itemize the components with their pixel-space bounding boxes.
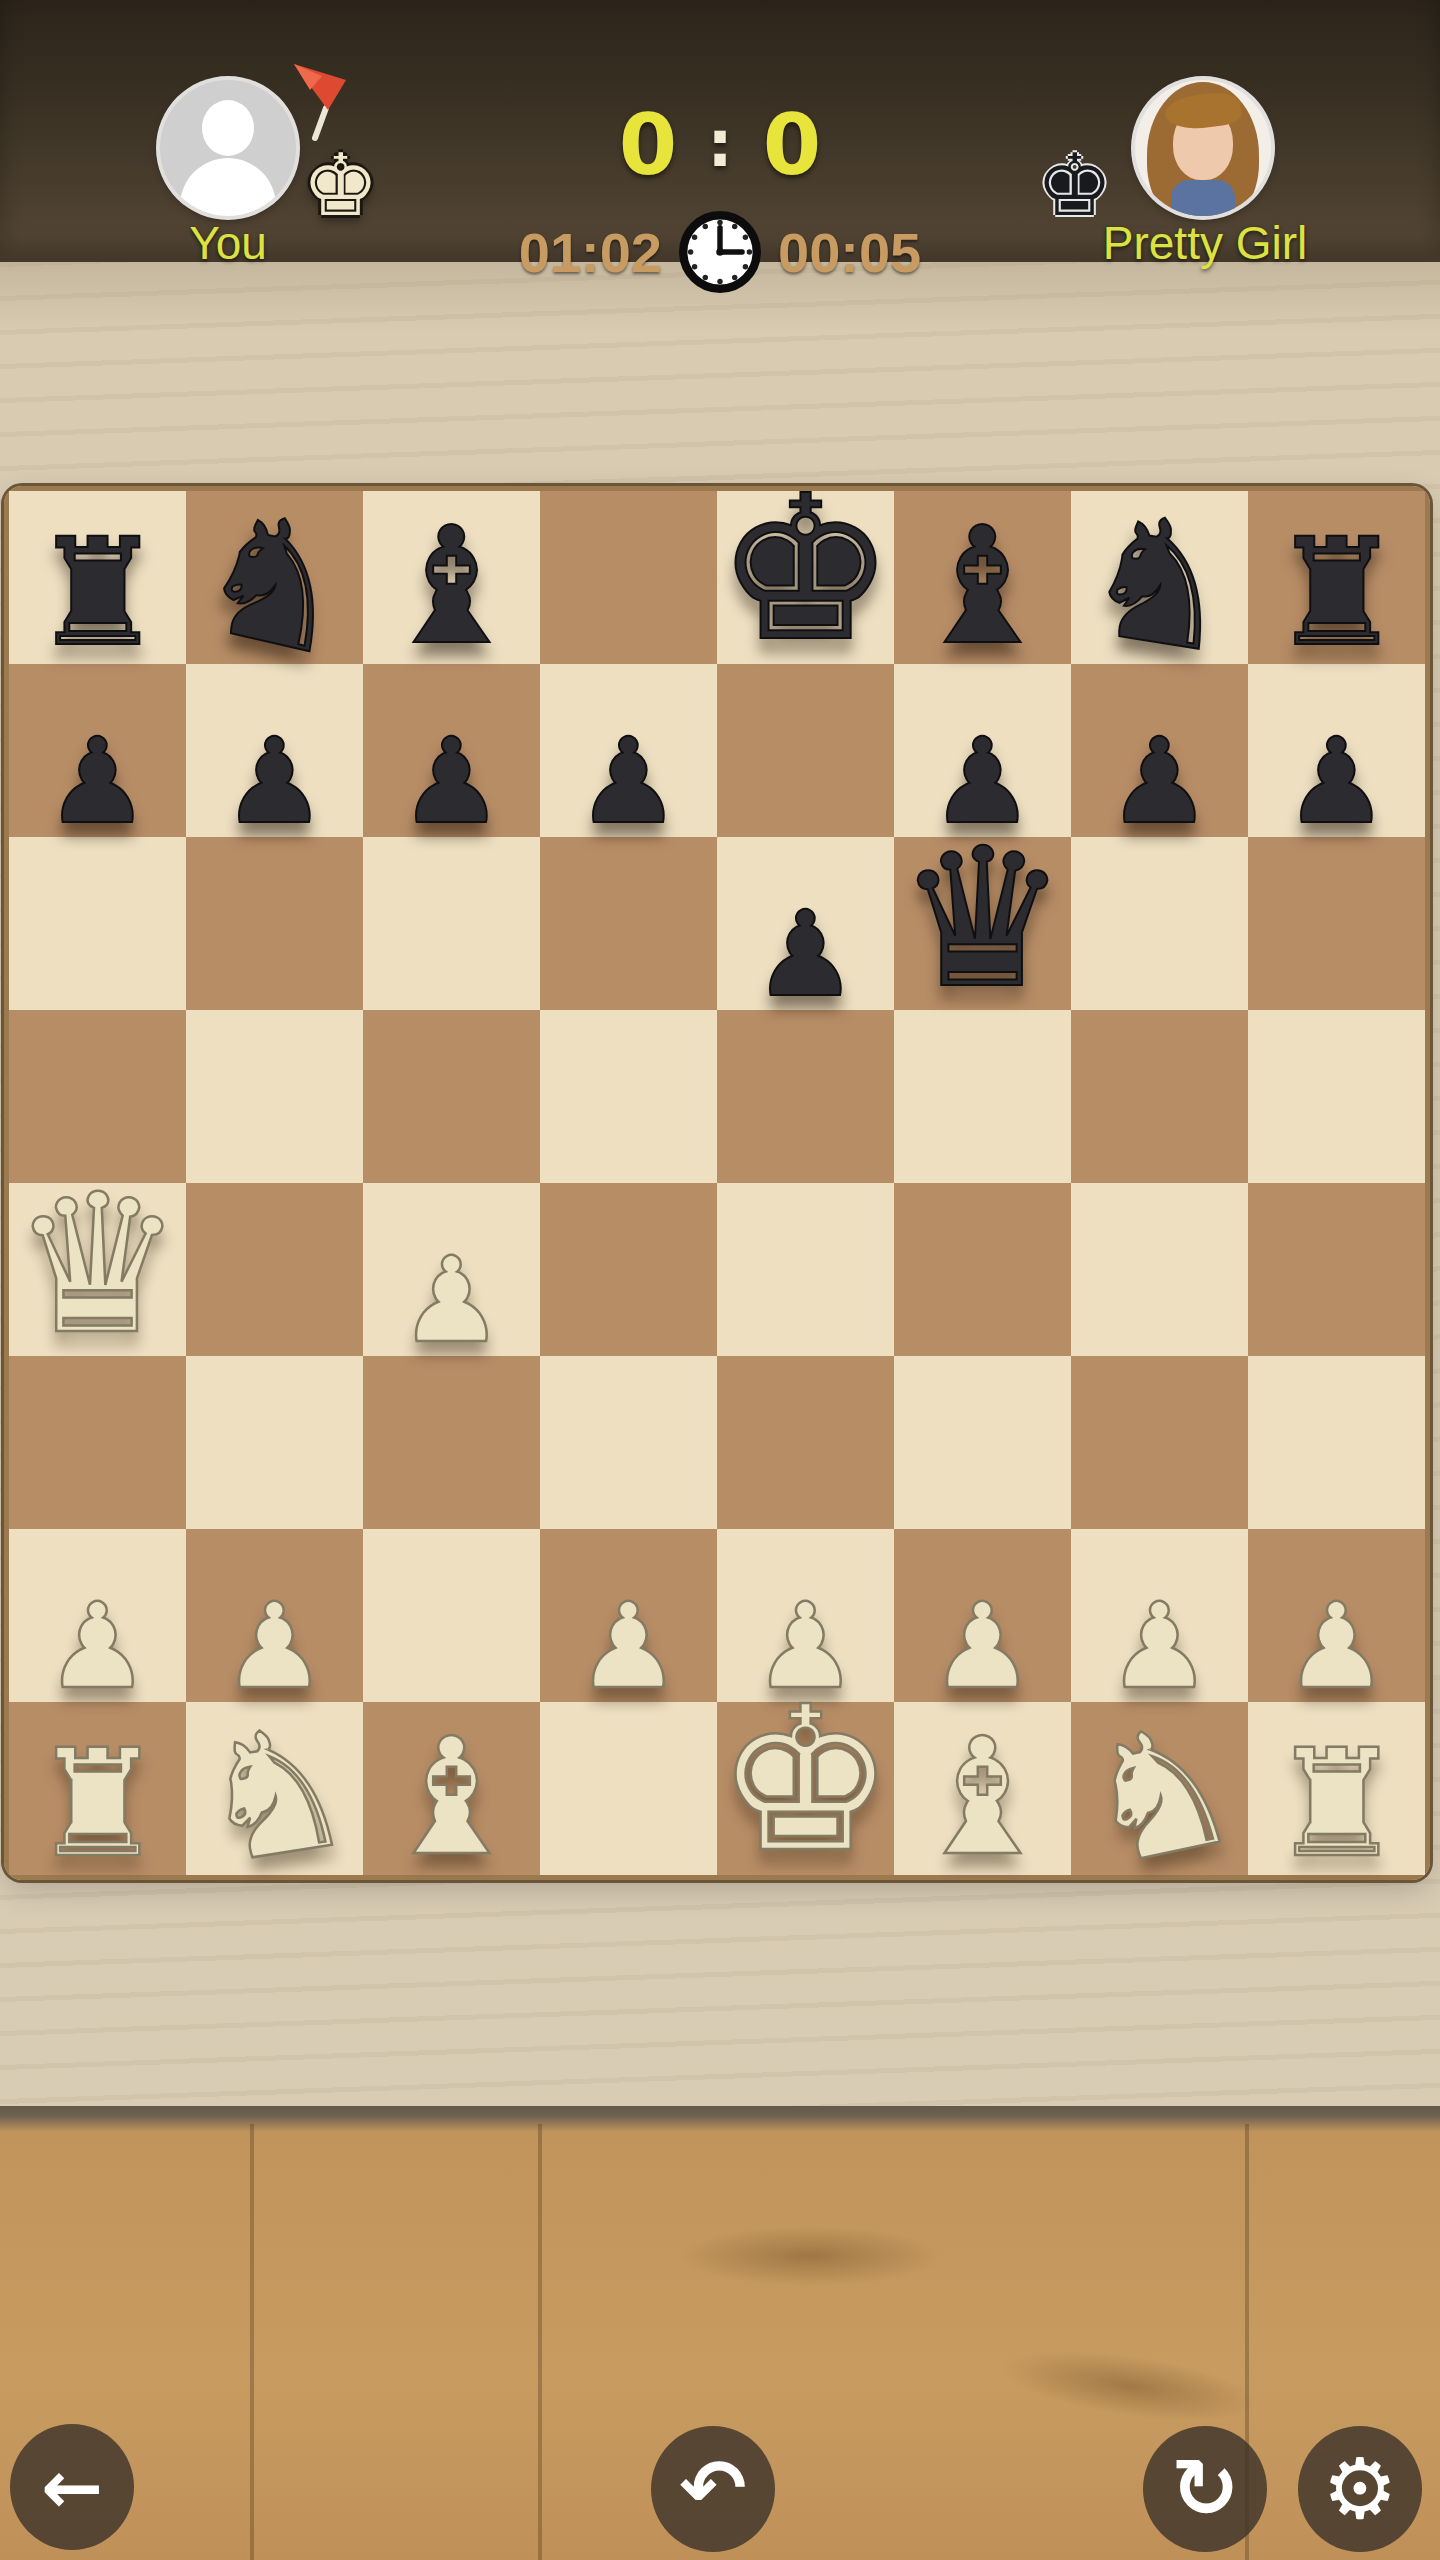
black-player-name: Pretty Girl — [1080, 216, 1330, 270]
square-e6[interactable]: ♟ — [717, 837, 894, 1010]
wood-knot — [997, 2338, 1263, 2434]
white-queen-a4[interactable]: ♛ — [11, 1174, 183, 1356]
black-king-e8[interactable]: ♚ — [716, 474, 895, 664]
white-rook-h1[interactable]: ♜ — [1270, 1734, 1403, 1875]
square-e4[interactable] — [717, 1183, 894, 1356]
match-score: 0:0 — [520, 96, 920, 194]
black-bishop-c8[interactable]: ♝ — [379, 510, 524, 664]
black-clock: 00:05 — [778, 220, 921, 285]
square-f2[interactable]: ♟ — [894, 1529, 1071, 1702]
square-g3[interactable] — [1071, 1356, 1248, 1529]
square-h7[interactable]: ♟ — [1248, 664, 1425, 837]
square-e7[interactable] — [717, 664, 894, 837]
white-clock: 01:02 — [519, 220, 662, 285]
gear-icon: ⚙ — [1322, 2447, 1397, 2531]
clock-icon — [678, 210, 762, 294]
square-h6[interactable] — [1248, 837, 1425, 1010]
square-g7[interactable]: ♟ — [1071, 664, 1248, 837]
black-knight-b8[interactable]: ♞ — [182, 487, 367, 679]
square-d8[interactable] — [540, 491, 717, 664]
square-f3[interactable] — [894, 1356, 1071, 1529]
square-a4[interactable]: ♛ — [9, 1183, 186, 1356]
square-f8[interactable]: ♝ — [894, 491, 1071, 664]
square-h1[interactable]: ♜ — [1248, 1702, 1425, 1875]
black-queen-f6[interactable]: ♛ — [896, 828, 1068, 1010]
square-g5[interactable] — [1071, 1010, 1248, 1183]
square-b5[interactable] — [186, 1010, 363, 1183]
square-h3[interactable] — [1248, 1356, 1425, 1529]
square-d1[interactable] — [540, 1702, 717, 1875]
square-b3[interactable] — [186, 1356, 363, 1529]
square-a7[interactable]: ♟ — [9, 664, 186, 837]
black-pawn-c7[interactable]: ♟ — [399, 725, 505, 837]
square-c5[interactable] — [363, 1010, 540, 1183]
floor-plank-seam — [250, 2124, 254, 2560]
square-b1[interactable]: ♞ — [186, 1702, 363, 1875]
white-knight-b1[interactable]: ♞ — [187, 1703, 363, 1886]
square-f1[interactable]: ♝ — [894, 1702, 1071, 1875]
clocks-row: 01:02 00:05 — [420, 210, 1020, 294]
square-a8[interactable]: ♜ — [9, 491, 186, 664]
square-b6[interactable] — [186, 837, 363, 1010]
chess-app-screen: ♚ You 0:0 01:02 00:05 ♚ — [0, 0, 1440, 2560]
undo-arrow-icon: ↶ — [679, 2449, 746, 2529]
square-d5[interactable] — [540, 1010, 717, 1183]
back-arrow-icon: ← — [41, 2450, 103, 2524]
square-g4[interactable] — [1071, 1183, 1248, 1356]
square-d7[interactable]: ♟ — [540, 664, 717, 837]
square-d3[interactable] — [540, 1356, 717, 1529]
square-c1[interactable]: ♝ — [363, 1702, 540, 1875]
square-b4[interactable] — [186, 1183, 363, 1356]
white-pawn-d2[interactable]: ♟ — [576, 1590, 682, 1702]
match-header: ♚ You 0:0 01:02 00:05 ♚ — [0, 0, 1440, 262]
square-h2[interactable]: ♟ — [1248, 1529, 1425, 1702]
back-button[interactable]: ← — [10, 2424, 134, 2550]
square-c4[interactable]: ♟ — [363, 1183, 540, 1356]
black-knight-g8[interactable]: ♞ — [1072, 492, 1248, 675]
black-rook-a8[interactable]: ♜ — [31, 523, 164, 664]
black-player-avatar — [1135, 80, 1271, 216]
square-a1[interactable]: ♜ — [9, 1702, 186, 1875]
floor-plank-seam — [538, 2124, 542, 2560]
score-separator: : — [677, 107, 763, 181]
square-e1[interactable]: ♚ — [717, 1702, 894, 1875]
square-b8[interactable]: ♞ — [186, 491, 363, 664]
score-right: 0 — [763, 96, 821, 194]
square-d4[interactable] — [540, 1183, 717, 1356]
square-h5[interactable] — [1248, 1010, 1425, 1183]
black-pawn-a7[interactable]: ♟ — [45, 725, 151, 837]
white-pawn-b2[interactable]: ♟ — [222, 1590, 328, 1702]
square-d2[interactable]: ♟ — [540, 1529, 717, 1702]
square-c7[interactable]: ♟ — [363, 664, 540, 837]
move-turn-flag-icon — [288, 56, 360, 142]
square-b7[interactable]: ♟ — [186, 664, 363, 837]
square-g1[interactable]: ♞ — [1071, 1702, 1248, 1875]
square-a2[interactable]: ♟ — [9, 1529, 186, 1702]
square-f5[interactable] — [894, 1010, 1071, 1183]
square-c3[interactable] — [363, 1356, 540, 1529]
white-player-avatar — [160, 80, 296, 216]
score-left: 0 — [619, 96, 677, 194]
black-pawn-g7[interactable]: ♟ — [1107, 725, 1213, 837]
white-pawn-c4[interactable]: ♟ — [399, 1244, 505, 1356]
settings-button[interactable]: ⚙ — [1298, 2426, 1422, 2552]
rotate-board-button[interactable]: ↻ — [1143, 2426, 1267, 2552]
girl-shirt — [1171, 180, 1235, 216]
black-pawn-d7[interactable]: ♟ — [576, 725, 682, 837]
square-c8[interactable]: ♝ — [363, 491, 540, 664]
square-a3[interactable] — [9, 1356, 186, 1529]
white-pawn-a2[interactable]: ♟ — [45, 1590, 151, 1702]
black-pawn-b7[interactable]: ♟ — [222, 725, 328, 837]
black-pawn-e6[interactable]: ♟ — [753, 898, 859, 1010]
square-g2[interactable]: ♟ — [1071, 1529, 1248, 1702]
black-pawn-h7[interactable]: ♟ — [1284, 725, 1390, 837]
wood-knot — [680, 2226, 940, 2286]
white-knight-g1[interactable]: ♞ — [1068, 1699, 1251, 1889]
square-g6[interactable] — [1071, 837, 1248, 1010]
white-bishop-c1[interactable]: ♝ — [379, 1721, 524, 1875]
square-f6[interactable]: ♛ — [894, 837, 1071, 1010]
white-rook-a1[interactable]: ♜ — [31, 1734, 164, 1875]
square-b2[interactable]: ♟ — [186, 1529, 363, 1702]
square-f4[interactable] — [894, 1183, 1071, 1356]
square-e5[interactable] — [717, 1010, 894, 1183]
square-d6[interactable] — [540, 837, 717, 1010]
white-bishop-f1[interactable]: ♝ — [910, 1721, 1055, 1875]
person-silhouette-icon — [202, 100, 254, 156]
undo-move-button[interactable]: ↶ — [651, 2426, 775, 2552]
chess-board: ♜♞♝♚♝♞♜♟♟♟♟♟♟♟♟♛♛♟♟♟♟♟♟♟♟♜♞♝♚♝♞♜ — [4, 486, 1430, 1880]
white-pawn-f2[interactable]: ♟ — [930, 1590, 1036, 1702]
white-pawn-h2[interactable]: ♟ — [1284, 1590, 1390, 1702]
square-h8[interactable]: ♜ — [1248, 491, 1425, 664]
square-a6[interactable] — [9, 837, 186, 1010]
square-e3[interactable] — [717, 1356, 894, 1529]
rotate-icon: ↻ — [1171, 2448, 1240, 2530]
black-rook-h8[interactable]: ♜ — [1270, 523, 1403, 664]
white-king-e1[interactable]: ♚ — [716, 1685, 895, 1875]
white-player-name: You — [130, 216, 326, 270]
square-g8[interactable]: ♞ — [1071, 491, 1248, 664]
square-c2[interactable] — [363, 1529, 540, 1702]
black-bishop-f8[interactable]: ♝ — [910, 510, 1055, 664]
square-c6[interactable] — [363, 837, 540, 1010]
square-h4[interactable] — [1248, 1183, 1425, 1356]
square-e8[interactable]: ♚ — [717, 491, 894, 664]
